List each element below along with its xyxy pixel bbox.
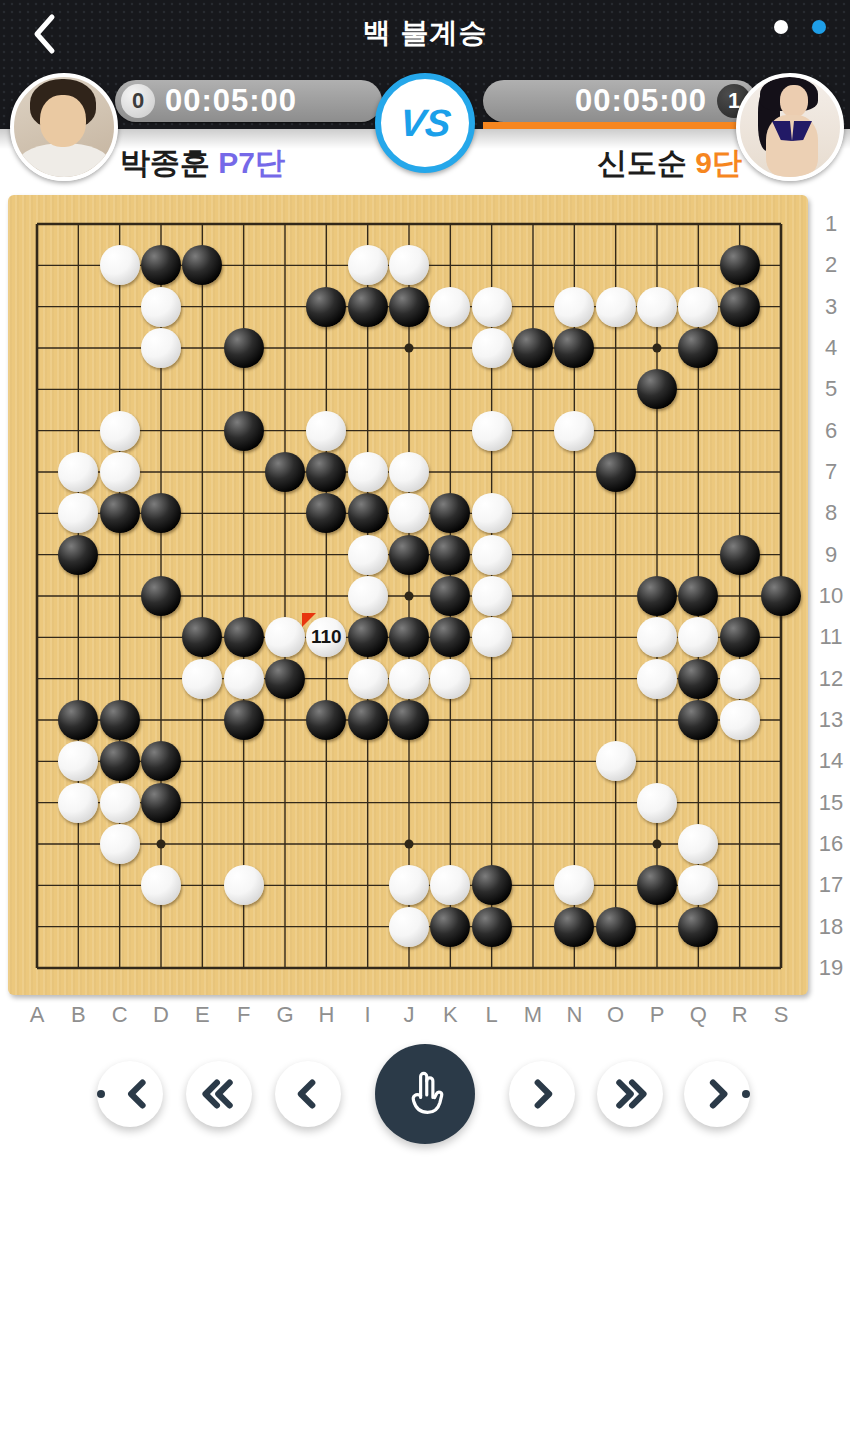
row-label: 8 xyxy=(814,500,848,526)
col-label: A xyxy=(22,1002,52,1028)
right-player-rank: 9단 xyxy=(695,146,742,179)
stone-white xyxy=(224,865,264,905)
stone-black xyxy=(100,700,140,740)
stone-black xyxy=(389,287,429,327)
col-label: P xyxy=(642,1002,672,1028)
star-point xyxy=(157,840,166,849)
row-label: 18 xyxy=(814,914,848,940)
nav-button-go-to-start[interactable] xyxy=(97,1061,163,1127)
page-title: 백 불계승 xyxy=(0,14,850,52)
right-player-name: 신도순 9단 xyxy=(597,143,742,184)
left-player-name: 박종훈 P7단 xyxy=(120,143,285,184)
stone-black xyxy=(100,741,140,781)
star-point xyxy=(405,344,414,353)
pager-dot-icon xyxy=(774,20,788,34)
stone-black xyxy=(554,907,594,947)
nav-button-fast-backward[interactable] xyxy=(186,1061,252,1127)
left-player-rank: P7단 xyxy=(218,146,285,179)
stone-white xyxy=(348,659,388,699)
row-label: 2 xyxy=(814,252,848,278)
replay-controls xyxy=(0,1040,850,1150)
col-label: H xyxy=(311,1002,341,1028)
stone-white xyxy=(100,783,140,823)
move-number-label: 110 xyxy=(306,617,346,657)
col-label: C xyxy=(105,1002,135,1028)
col-label: O xyxy=(601,1002,631,1028)
col-label: R xyxy=(725,1002,755,1028)
row-label: 13 xyxy=(814,707,848,733)
dot-icon xyxy=(742,1090,750,1098)
stone-black xyxy=(265,659,305,699)
chevron-left-icon xyxy=(291,1077,325,1111)
stone-black xyxy=(100,493,140,533)
chevron-left-dot-icon xyxy=(105,1077,163,1111)
stone-black xyxy=(348,287,388,327)
stone-white xyxy=(100,411,140,451)
nav-button-step-forward[interactable] xyxy=(509,1061,575,1127)
col-label: S xyxy=(766,1002,796,1028)
active-player-bar xyxy=(483,122,745,129)
stone-white xyxy=(348,452,388,492)
stone-black xyxy=(389,700,429,740)
star-point xyxy=(405,840,414,849)
stone-black xyxy=(224,700,264,740)
stone-white xyxy=(472,493,512,533)
stone-black xyxy=(348,493,388,533)
stone-black xyxy=(306,287,346,327)
stone-black xyxy=(720,535,760,575)
stone-white xyxy=(596,287,636,327)
stone-white xyxy=(472,576,512,616)
stone-black xyxy=(720,287,760,327)
col-label: Q xyxy=(683,1002,713,1028)
stone-white xyxy=(224,659,264,699)
stone-black xyxy=(761,576,801,616)
stone-black xyxy=(596,907,636,947)
stone-white xyxy=(100,824,140,864)
stone-black xyxy=(720,617,760,657)
nav-button-step-back[interactable] xyxy=(275,1061,341,1127)
row-label: 7 xyxy=(814,459,848,485)
stone-white xyxy=(306,411,346,451)
stone-white xyxy=(472,617,512,657)
star-point xyxy=(405,592,414,601)
chevron-right-icon xyxy=(525,1077,559,1111)
stone-white xyxy=(389,907,429,947)
avatar-face xyxy=(40,95,86,147)
row-label: 16 xyxy=(814,831,848,857)
stone-white xyxy=(637,783,677,823)
stone-black xyxy=(141,783,181,823)
stone-black xyxy=(596,452,636,492)
col-label: K xyxy=(435,1002,465,1028)
stone-black xyxy=(430,907,470,947)
stone-white xyxy=(141,287,181,327)
col-label: N xyxy=(559,1002,589,1028)
stone-black xyxy=(472,907,512,947)
stone-black xyxy=(678,659,718,699)
stone-black xyxy=(265,452,305,492)
stone-white xyxy=(182,659,222,699)
row-label: 6 xyxy=(814,418,848,444)
row-label: 9 xyxy=(814,542,848,568)
stone-black xyxy=(348,617,388,657)
col-label: F xyxy=(229,1002,259,1028)
nav-button-hand-gesture[interactable] xyxy=(375,1044,475,1144)
stone-black xyxy=(637,576,677,616)
stone-white: 110 xyxy=(306,617,346,657)
stone-white xyxy=(141,328,181,368)
stone-white xyxy=(720,659,760,699)
stone-white xyxy=(389,659,429,699)
left-capture-badge: 0 xyxy=(121,84,155,118)
stone-black xyxy=(513,328,553,368)
stone-white xyxy=(348,245,388,285)
right-timer-pill: 00:05:00 1 xyxy=(483,80,757,122)
stone-white xyxy=(389,452,429,492)
row-label: 14 xyxy=(814,748,848,774)
chevron-right-dot-icon xyxy=(684,1077,742,1111)
col-label: J xyxy=(394,1002,424,1028)
stone-black xyxy=(430,535,470,575)
hand-icon xyxy=(397,1066,453,1122)
nav-button-fast-forward[interactable] xyxy=(597,1061,663,1127)
stone-white xyxy=(596,741,636,781)
col-label: D xyxy=(146,1002,176,1028)
col-label: E xyxy=(187,1002,217,1028)
row-label: 3 xyxy=(814,294,848,320)
pager-dot-icon xyxy=(812,20,826,34)
right-player-avatar xyxy=(736,73,844,181)
row-label: 5 xyxy=(814,376,848,402)
stone-white xyxy=(472,535,512,575)
stone-black xyxy=(678,907,718,947)
stone-white xyxy=(720,700,760,740)
row-label: 10 xyxy=(814,583,848,609)
left-timer-pill: 0 00:05:00 xyxy=(115,80,382,122)
stone-black xyxy=(224,617,264,657)
double-chevron-left-icon xyxy=(186,1077,252,1111)
stone-white xyxy=(348,576,388,616)
stone-white xyxy=(472,411,512,451)
left-timer: 00:05:00 xyxy=(155,83,307,119)
stone-white xyxy=(678,287,718,327)
row-label: 11 xyxy=(814,624,848,650)
row-label: 1 xyxy=(814,211,848,237)
stone-white xyxy=(430,287,470,327)
star-point xyxy=(653,840,662,849)
stone-black xyxy=(472,865,512,905)
stone-black xyxy=(720,245,760,285)
stone-white xyxy=(637,659,677,699)
stone-white xyxy=(554,287,594,327)
row-label: 12 xyxy=(814,666,848,692)
left-player-avatar xyxy=(10,73,118,181)
stone-black xyxy=(224,411,264,451)
right-timer: 00:05:00 xyxy=(565,83,717,119)
double-chevron-right-icon xyxy=(597,1077,663,1111)
row-label: 4 xyxy=(814,335,848,361)
col-label: G xyxy=(270,1002,300,1028)
nav-button-go-to-end[interactable] xyxy=(684,1061,750,1127)
stone-white xyxy=(100,452,140,492)
stone-white xyxy=(554,411,594,451)
go-board[interactable]: 110 xyxy=(8,195,808,995)
stone-black xyxy=(224,328,264,368)
stone-black xyxy=(389,535,429,575)
stone-white xyxy=(637,287,677,327)
row-label: 17 xyxy=(814,872,848,898)
stone-white xyxy=(58,783,98,823)
pager-dots xyxy=(774,20,826,34)
stone-black xyxy=(141,576,181,616)
stone-black xyxy=(58,535,98,575)
vs-label: VS xyxy=(397,102,452,145)
dot-icon xyxy=(97,1090,105,1098)
stone-white xyxy=(472,328,512,368)
stone-white xyxy=(472,287,512,327)
col-label: M xyxy=(518,1002,548,1028)
col-label: I xyxy=(353,1002,383,1028)
col-label: B xyxy=(63,1002,93,1028)
avatar-face xyxy=(780,85,808,117)
stone-white xyxy=(348,535,388,575)
row-label: 19 xyxy=(814,955,848,981)
row-label: 15 xyxy=(814,790,848,816)
stone-white xyxy=(100,245,140,285)
app-root: 백 불계승 0 00:05:00 00:05:00 1 박종훈 P7단 신도순 … xyxy=(0,0,850,1447)
star-point xyxy=(653,344,662,353)
vs-badge: VS xyxy=(375,73,475,173)
stone-white xyxy=(430,659,470,699)
stone-black xyxy=(348,700,388,740)
col-label: L xyxy=(477,1002,507,1028)
